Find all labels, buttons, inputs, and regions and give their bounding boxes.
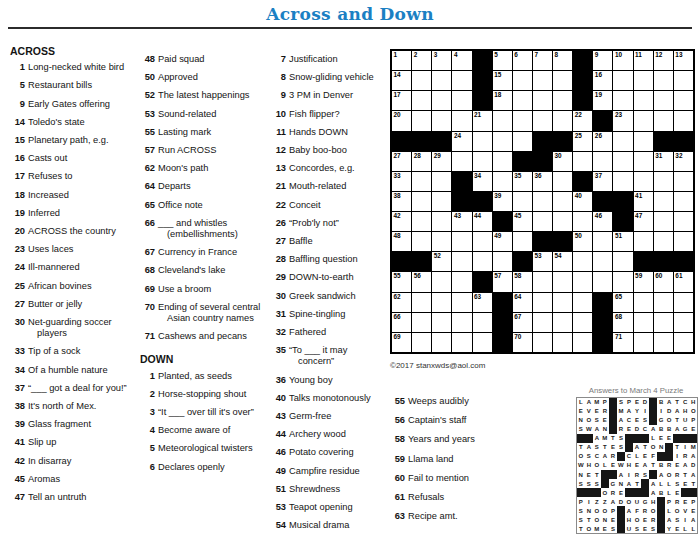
grid-cell[interactable]	[654, 192, 673, 211]
grid-cell[interactable]: 39	[493, 192, 512, 211]
grid-cell[interactable]: 42	[392, 212, 411, 231]
clue-number: 53	[271, 502, 286, 513]
cell-clue-number: 66	[394, 313, 401, 320]
grid-cell[interactable]: 68	[613, 313, 632, 332]
clue-text: Sound-related	[158, 109, 265, 120]
grid-cell[interactable]: 13	[674, 51, 693, 70]
grid-cell[interactable]	[553, 333, 572, 352]
grid-cell[interactable]	[553, 111, 572, 130]
grid-cell[interactable]	[432, 212, 451, 231]
grid-cell[interactable]	[674, 313, 693, 332]
clue-number: 9	[271, 90, 286, 101]
solution-cell: S	[641, 470, 649, 479]
grid-cell[interactable]: 30	[553, 152, 572, 171]
grid-cell[interactable]: 22	[573, 111, 592, 130]
grid-cell[interactable]: 38	[392, 192, 411, 211]
grid-cell[interactable]	[533, 91, 552, 110]
grid-cell[interactable]: 51	[613, 232, 632, 251]
grid-cell[interactable]	[654, 71, 673, 90]
grid-cell[interactable]	[634, 152, 653, 171]
grid-cell[interactable]	[533, 272, 552, 291]
clue-number: 38	[10, 401, 25, 412]
grid-cell[interactable]: 71	[613, 333, 632, 352]
grid-cell[interactable]	[452, 71, 471, 90]
clue-item: 13Concordes, e.g.	[271, 163, 385, 174]
solution-cell: A	[625, 479, 633, 488]
clue-number: 62	[140, 163, 155, 174]
grid-cell[interactable]	[432, 272, 451, 291]
black-cell	[593, 293, 612, 312]
grid-cell[interactable]: 57	[493, 272, 512, 291]
grid-cell[interactable]	[432, 293, 451, 312]
grid-cell[interactable]	[553, 313, 572, 332]
clue-number: 63	[390, 511, 405, 522]
grid-cell[interactable]	[432, 192, 451, 211]
grid-cell[interactable]	[654, 172, 673, 191]
grid-cell[interactable]	[473, 152, 492, 171]
cell-clue-number: 62	[394, 293, 401, 300]
grid-cell[interactable]: 54	[553, 252, 572, 271]
grid-cell[interactable]: 44	[473, 212, 492, 231]
solution-cell: W	[577, 461, 585, 470]
clue-item: 40Talks monotonously	[271, 393, 385, 404]
grid-cell[interactable]	[412, 333, 431, 352]
grid-cell[interactable]: 5	[493, 51, 512, 70]
grid-cell[interactable]	[674, 293, 693, 312]
grid-cell[interactable]	[634, 172, 653, 191]
cell-clue-number: 28	[414, 152, 421, 159]
clue-text: Planetary path, e.g.	[28, 135, 135, 146]
black-cell	[577, 488, 585, 497]
solution-cell: S	[593, 416, 601, 425]
grid-cell[interactable]: 34	[473, 172, 492, 191]
grid-cell[interactable]	[613, 91, 632, 110]
grid-cell[interactable]: 50	[573, 232, 592, 251]
grid-cell[interactable]	[674, 232, 693, 251]
clue-item: 15Planetary path, e.g.	[10, 135, 135, 146]
clue-text: Baby boo-boo	[289, 145, 385, 156]
black-cell	[473, 51, 492, 70]
grid-cell[interactable]: 21	[473, 111, 492, 130]
grid-cell[interactable]	[674, 333, 693, 352]
solution-cell: I	[657, 407, 665, 416]
grid-cell[interactable]: 2	[412, 51, 431, 70]
grid-cell[interactable]	[573, 272, 592, 291]
grid-cell[interactable]	[553, 272, 572, 291]
grid-cell[interactable]	[473, 132, 492, 151]
clue-item: 39Glass fragment	[10, 419, 135, 430]
grid-cell[interactable]	[452, 313, 471, 332]
clue-text: Snow-gliding vehicle	[289, 72, 385, 83]
grid-cell[interactable]	[634, 313, 653, 332]
grid-cell[interactable]	[452, 111, 471, 130]
clue-item: 18Increased	[10, 190, 135, 201]
grid-cell[interactable]: 61	[674, 272, 693, 291]
grid-cell[interactable]	[674, 111, 693, 130]
grid-cell[interactable]	[493, 152, 512, 171]
grid-cell[interactable]	[412, 71, 431, 90]
grid-cell[interactable]: 46	[593, 212, 612, 231]
grid-cell[interactable]	[432, 333, 451, 352]
grid-cell[interactable]	[513, 232, 532, 251]
cell-clue-number: 13	[675, 51, 682, 58]
clue-number: 64	[140, 181, 155, 192]
clue-number: 50	[140, 72, 155, 83]
grid-cell[interactable]	[513, 91, 532, 110]
grid-cell[interactable]	[573, 212, 592, 231]
grid-cell[interactable]	[412, 232, 431, 251]
grid-cell[interactable]: 32	[674, 152, 693, 171]
solution-cell: E	[681, 497, 689, 506]
grid-cell[interactable]	[613, 132, 632, 151]
grid-cell[interactable]	[432, 232, 451, 251]
black-cell	[689, 488, 697, 497]
grid-cell[interactable]	[654, 333, 673, 352]
grid-cell[interactable]: 48	[392, 232, 411, 251]
grid-cell[interactable]	[613, 272, 632, 291]
black-cell	[473, 272, 492, 291]
clue-number: 33	[10, 346, 25, 357]
grid-cell[interactable]	[452, 293, 471, 312]
grid-cell[interactable]	[593, 252, 612, 271]
solution-cell: R	[649, 515, 657, 524]
solution-cell: G	[657, 416, 665, 425]
cell-clue-number: 15	[494, 71, 501, 78]
grid-cell[interactable]: 55	[392, 272, 411, 291]
grid-cell[interactable]: 11	[634, 51, 653, 70]
clue-text: “It ___ over till it's over”	[158, 407, 265, 418]
grid-cell[interactable]: 49	[493, 232, 512, 251]
solution-cell: S	[577, 506, 585, 515]
clue-text: Become aware of	[158, 425, 265, 436]
grid-cell[interactable]	[593, 152, 612, 171]
grid-cell[interactable]: 3	[432, 51, 451, 70]
cell-clue-number: 40	[575, 192, 582, 199]
black-cell	[617, 506, 625, 515]
solution-cell: A	[609, 497, 617, 506]
cell-clue-number: 14	[394, 71, 401, 78]
grid-cell[interactable]: 58	[513, 272, 532, 291]
grid-cell[interactable]	[674, 172, 693, 191]
grid-cell[interactable]	[613, 71, 632, 90]
grid-cell[interactable]	[533, 333, 552, 352]
grid-cell[interactable]	[674, 71, 693, 90]
grid-cell[interactable]: 64	[513, 293, 532, 312]
grid-cell[interactable]	[533, 111, 552, 130]
grid-cell[interactable]	[634, 111, 653, 130]
cell-clue-number: 17	[394, 91, 401, 98]
clue-item: 52The latest happenings	[140, 90, 265, 101]
grid-cell[interactable]	[493, 252, 512, 271]
clue-text: Baffling question	[289, 254, 385, 265]
clue-text: Musical drama	[289, 520, 385, 531]
grid-cell[interactable]: 27	[392, 152, 411, 171]
grid-cell[interactable]	[473, 313, 492, 332]
clue-item: 45Aromas	[10, 474, 135, 485]
clue-text: Toledo's state	[28, 117, 135, 128]
answer-key-title: Answers to March 4 Puzzle	[572, 386, 700, 395]
solution-cell: A	[689, 452, 697, 461]
black-cell	[412, 132, 431, 151]
solution-cell: H	[625, 461, 633, 470]
grid-cell[interactable]	[452, 333, 471, 352]
grid-cell[interactable]	[412, 192, 431, 211]
black-cell	[654, 132, 673, 151]
clue-item: 46Potato covering	[271, 447, 385, 458]
grid-cell[interactable]	[513, 132, 532, 151]
black-cell	[473, 192, 492, 211]
grid-cell[interactable]: 52	[432, 252, 451, 271]
solution-cell: Y	[633, 407, 641, 416]
grid-cell[interactable]	[573, 313, 592, 332]
cell-clue-number: 4	[454, 51, 458, 58]
grid-cell[interactable]	[613, 252, 632, 271]
grid-cell[interactable]: 15	[493, 71, 512, 90]
grid-cell[interactable]: 37	[593, 172, 612, 191]
grid-cell[interactable]	[432, 313, 451, 332]
grid-cell[interactable]	[412, 91, 431, 110]
grid-cell[interactable]	[553, 212, 572, 231]
grid-cell[interactable]	[452, 152, 471, 171]
solution-cell: E	[625, 425, 633, 434]
grid-cell[interactable]	[432, 91, 451, 110]
grid-cell[interactable]: 40	[573, 192, 592, 211]
grid-cell[interactable]	[452, 272, 471, 291]
clue-item: 16Casts out	[10, 153, 135, 164]
grid-cell[interactable]	[674, 212, 693, 231]
grid-cell[interactable]	[432, 172, 451, 191]
grid-cell[interactable]: 17	[392, 91, 411, 110]
grid-cell[interactable]	[634, 293, 653, 312]
grid-cell[interactable]	[593, 232, 612, 251]
solution-cell: N	[657, 443, 665, 452]
grid-cell[interactable]	[613, 172, 632, 191]
solution-cell: T	[593, 470, 601, 479]
solution-cell: L	[689, 524, 697, 533]
cell-clue-number: 11	[635, 51, 642, 58]
clue-text: Paid squad	[158, 54, 265, 65]
clue-item: 7Justification	[271, 54, 385, 65]
clue-item: 1Planted, as seeds	[140, 371, 265, 382]
grid-cell[interactable]: 1	[392, 51, 411, 70]
grid-cell[interactable]: 26	[593, 132, 612, 151]
clue-item: 44Archery wood	[271, 429, 385, 440]
clue-text: Use a broom	[158, 284, 265, 295]
grid-cell[interactable]: 23	[613, 111, 632, 130]
grid-cell[interactable]	[533, 313, 552, 332]
grid-cell[interactable]	[634, 232, 653, 251]
clue-number: 61	[390, 492, 405, 503]
grid-cell[interactable]	[654, 293, 673, 312]
grid-cell[interactable]	[573, 252, 592, 271]
grid-cell[interactable]	[513, 192, 532, 211]
grid-cell[interactable]	[613, 152, 632, 171]
grid-cell[interactable]: 12	[654, 51, 673, 70]
grid-cell[interactable]	[452, 232, 471, 251]
grid-cell[interactable]: 19	[593, 91, 612, 110]
solution-cell: T	[609, 434, 617, 443]
grid-cell[interactable]	[412, 212, 431, 231]
solution-cell: A	[657, 470, 665, 479]
solution-cell: D	[641, 398, 649, 407]
grid-cell[interactable]	[493, 172, 512, 191]
grid-cell[interactable]: 8	[553, 51, 572, 70]
grid-cell[interactable]: 16	[593, 71, 612, 90]
clue-number: 4	[140, 425, 155, 436]
solution-cell: E	[673, 461, 681, 470]
grid-cell[interactable]	[553, 91, 572, 110]
solution-cell: L	[681, 524, 689, 533]
clue-item: 49Campfire residue	[271, 466, 385, 477]
clue-number: 25	[10, 281, 25, 292]
grid-cell[interactable]: 70	[513, 333, 532, 352]
grid-cell[interactable]	[573, 333, 592, 352]
clue-item: 67Currency in France	[140, 247, 265, 258]
grid-cell[interactable]: 29	[432, 152, 451, 171]
clue-item: 19Inferred	[10, 208, 135, 219]
grid-cell[interactable]: 7	[533, 51, 552, 70]
clue-number: 55	[390, 396, 405, 407]
grid-cell[interactable]: 41	[634, 192, 653, 211]
solution-cell: B	[665, 425, 673, 434]
grid-cell[interactable]: 69	[392, 333, 411, 352]
grid-cell[interactable]	[473, 252, 492, 271]
grid-cell[interactable]: 28	[412, 152, 431, 171]
clue-text: Recipe amt.	[408, 511, 520, 522]
grid-cell[interactable]: 56	[412, 272, 431, 291]
grid-cell[interactable]	[553, 71, 572, 90]
grid-cell[interactable]: 4	[452, 51, 471, 70]
grid-cell[interactable]: 62	[392, 293, 411, 312]
grid-cell[interactable]	[553, 293, 572, 312]
grid-cell[interactable]	[493, 132, 512, 151]
grid-cell[interactable]: 60	[654, 272, 673, 291]
title-rule	[8, 27, 692, 29]
grid-cell[interactable]	[533, 192, 552, 211]
grid-cell[interactable]: 66	[392, 313, 411, 332]
grid-cell[interactable]	[553, 192, 572, 211]
cell-clue-number: 69	[394, 333, 401, 340]
grid-cell[interactable]: 9	[593, 51, 612, 70]
grid-cell[interactable]	[573, 293, 592, 312]
grid-cell[interactable]	[412, 111, 431, 130]
grid-cell[interactable]	[412, 293, 431, 312]
grid-cell[interactable]	[452, 252, 471, 271]
clue-item: 30Net-guarding soccer players	[10, 317, 135, 339]
grid-cell[interactable]	[634, 132, 653, 151]
grid-cell[interactable]	[513, 111, 532, 130]
black-cell	[689, 434, 697, 443]
grid-cell[interactable]: 43	[452, 212, 471, 231]
grid-cell[interactable]	[654, 91, 673, 110]
grid-cell[interactable]	[654, 111, 673, 130]
clue-number: 11	[271, 127, 286, 138]
solution-cell: O	[633, 515, 641, 524]
grid-cell[interactable]	[654, 313, 673, 332]
grid-cell[interactable]	[553, 172, 572, 191]
grid-cell[interactable]	[432, 71, 451, 90]
solution-cell: A	[649, 425, 657, 434]
grid-cell[interactable]: 14	[392, 71, 411, 90]
black-cell	[473, 71, 492, 90]
clue-number: 70	[140, 302, 155, 324]
clue-item: 53Teapot opening	[271, 502, 385, 513]
solution-cell: O	[585, 416, 593, 425]
grid-cell[interactable]	[412, 172, 431, 191]
black-cell	[665, 443, 673, 452]
solution-cell: T	[681, 470, 689, 479]
grid-cell[interactable]: 35	[513, 172, 532, 191]
grid-cell[interactable]	[674, 192, 693, 211]
grid-cell[interactable]	[593, 272, 612, 291]
clue-item: 37“___ got a deal for you!”	[10, 383, 135, 394]
grid-cell[interactable]	[533, 71, 552, 90]
grid-cell[interactable]	[573, 152, 592, 171]
clue-number: 10	[271, 109, 286, 120]
grid-cell[interactable]	[493, 111, 512, 130]
grid-cell[interactable]: 47	[634, 212, 653, 231]
solution-cell: A	[649, 479, 657, 488]
grid-cell[interactable]: 59	[634, 272, 653, 291]
cell-clue-number: 1	[394, 51, 398, 58]
cell-clue-number: 70	[514, 333, 521, 340]
grid-cell[interactable]: 24	[452, 132, 471, 151]
grid-cell[interactable]: 18	[493, 91, 512, 110]
grid-cell[interactable]: 67	[513, 313, 532, 332]
grid-cell[interactable]	[654, 232, 673, 251]
solution-cell: N	[585, 506, 593, 515]
solution-cell: A	[585, 443, 593, 452]
grid-cell[interactable]	[634, 333, 653, 352]
grid-cell[interactable]	[634, 71, 653, 90]
grid-cell[interactable]: 33	[392, 172, 411, 191]
grid-cell[interactable]: 65	[613, 293, 632, 312]
cell-clue-number: 8	[555, 51, 559, 58]
clue-text: Net-guarding soccer players	[28, 317, 135, 339]
grid-cell[interactable]: 53	[533, 252, 552, 271]
grid-cell[interactable]: 36	[533, 172, 552, 191]
grid-cell[interactable]	[533, 293, 552, 312]
grid-cell[interactable]	[473, 232, 492, 251]
black-cell	[493, 293, 512, 312]
grid-cell[interactable]: 25	[573, 132, 592, 151]
grid-cell[interactable]	[412, 313, 431, 332]
cell-clue-number: 68	[615, 313, 622, 320]
grid-cell[interactable]	[674, 91, 693, 110]
grid-cell[interactable]: 31	[654, 152, 673, 171]
black-cell	[577, 434, 585, 443]
grid-cell[interactable]: 45	[513, 212, 532, 231]
solution-cell: G	[641, 497, 649, 506]
clues-column-down: 7Justification8Snow-gliding vehicle93 PM…	[271, 54, 385, 538]
clue-text: Ending of several central Asian country …	[158, 302, 265, 324]
grid-cell[interactable]: 10	[613, 51, 632, 70]
grid-cell[interactable]	[432, 111, 451, 130]
grid-cell[interactable]: 20	[392, 111, 411, 130]
grid-cell[interactable]	[634, 91, 653, 110]
grid-cell[interactable]: 63	[473, 293, 492, 312]
grid-cell[interactable]: 6	[513, 51, 532, 70]
clue-text: Meteorological twisters	[158, 443, 265, 454]
solution-cell: P	[665, 497, 673, 506]
grid-cell[interactable]	[654, 212, 673, 231]
grid-cell[interactable]	[513, 71, 532, 90]
grid-cell[interactable]	[533, 212, 552, 231]
cell-clue-number: 12	[655, 51, 662, 58]
grid-cell[interactable]	[473, 333, 492, 352]
clue-number: 39	[10, 419, 25, 430]
grid-cell[interactable]	[452, 91, 471, 110]
